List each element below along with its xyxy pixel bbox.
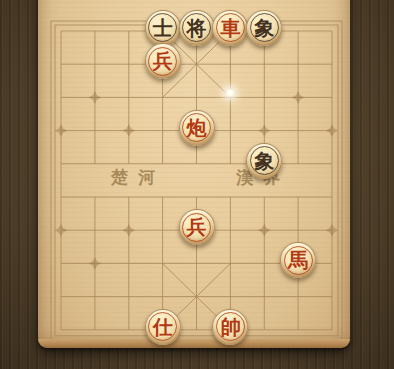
piece-character: 馬 (288, 250, 308, 270)
piece-black-advisor[interactable]: 士 (145, 10, 181, 46)
piece-red-chariot[interactable]: 車 (212, 10, 248, 46)
piece-character: 士 (153, 17, 173, 37)
piece-red-general[interactable]: 帥 (212, 309, 248, 345)
piece-red-horse[interactable]: 馬 (280, 242, 316, 278)
pieces-layer: 士将車象兵炮象兵馬仕帥 (44, 11, 349, 343)
piece-character: 車 (220, 17, 240, 37)
piece-black-elephant[interactable]: 象 (246, 143, 282, 179)
piece-character: 仕 (153, 316, 173, 336)
piece-character: 将 (187, 17, 207, 37)
piece-character: 象 (254, 17, 274, 37)
piece-character: 兵 (153, 51, 173, 71)
piece-black-general[interactable]: 将 (179, 10, 215, 46)
xiangqi-board[interactable]: 楚河 漢界 士将車象兵炮象兵馬仕帥 (38, 0, 350, 348)
piece-character: 帥 (220, 316, 240, 336)
piece-character: 象 (254, 150, 274, 170)
piece-character: 炮 (187, 117, 207, 137)
piece-red-pawn[interactable]: 兵 (179, 209, 215, 245)
board-bottom-edge (38, 339, 350, 348)
piece-red-advisor[interactable]: 仕 (145, 309, 181, 345)
piece-red-cannon[interactable]: 炮 (179, 110, 215, 146)
piece-black-elephant[interactable]: 象 (246, 10, 282, 46)
game-scene: 楚河 漢界 士将車象兵炮象兵馬仕帥 (0, 0, 394, 369)
piece-red-pawn[interactable]: 兵 (145, 43, 181, 79)
piece-character: 兵 (187, 217, 207, 237)
